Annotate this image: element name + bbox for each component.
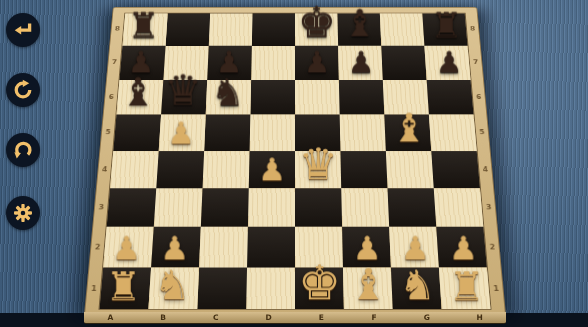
piece-white-knight-b1[interactable]: ♞ [148,265,197,306]
file-label-e: E [295,312,348,323]
piece-white-pawn-g2[interactable]: ♟ [391,232,439,264]
square-a6[interactable]: ♝ [116,80,163,115]
file-label-g: G [401,312,454,323]
rank-label-3: 3 [482,188,496,227]
square-f7[interactable]: ♟ [338,46,383,80]
square-d8[interactable] [252,13,295,46]
square-e3[interactable] [295,188,342,227]
square-a1[interactable]: ♜ [100,267,152,309]
square-d1[interactable] [246,267,295,309]
square-g5[interactable]: ♝ [384,115,431,151]
rank-label-7: 7 [469,46,482,80]
piece-white-bishop-g5[interactable]: ♝ [386,108,432,148]
square-e1[interactable]: ♚ [295,267,344,309]
piece-white-rook-a1[interactable]: ♜ [99,266,148,306]
piece-black-queen-b6[interactable]: ♛ [161,70,206,112]
piece-black-bishop-f8[interactable]: ♝ [338,5,381,43]
square-d3[interactable] [248,188,295,227]
rank-label-6: 6 [472,79,485,114]
square-a2[interactable]: ♟ [103,227,154,267]
square-f8[interactable]: ♝ [337,13,381,46]
piece-white-pawn-h2[interactable]: ♟ [439,232,487,264]
square-d2[interactable] [247,227,295,267]
piece-white-pawn-b2[interactable]: ♟ [151,232,199,264]
square-c8[interactable] [209,13,253,46]
file-label-h: H [453,312,506,323]
square-g8[interactable] [380,13,425,46]
piece-black-pawn-f7[interactable]: ♟ [339,47,383,77]
square-e6[interactable] [295,80,340,115]
square-h7[interactable]: ♟ [424,46,470,80]
square-b5[interactable]: ♟ [159,115,206,151]
square-b8[interactable] [166,13,211,46]
square-a5[interactable] [113,115,161,151]
square-f4[interactable] [340,151,387,188]
square-c5[interactable] [204,115,250,151]
rank-label-4: 4 [479,151,493,189]
piece-black-pawn-e7[interactable]: ♟ [295,47,339,77]
square-h8[interactable]: ♜ [422,13,467,46]
piece-white-queen-e4[interactable]: ♛ [295,142,341,186]
redo-circular-arrow-icon [12,79,34,101]
file-labels: ABCDEFGH [84,312,506,324]
square-h4[interactable] [431,151,480,188]
piece-white-king-e1[interactable]: ♚ [295,258,344,306]
piece-black-pawn-h7[interactable]: ♟ [427,47,471,77]
square-b4[interactable] [156,151,204,188]
back-button[interactable] [6,13,40,47]
screen: { "game": "chess", "app": {"description"… [0,0,588,327]
square-e7[interactable]: ♟ [295,46,339,80]
piece-black-knight-c6[interactable]: ♞ [205,74,250,111]
square-f1[interactable]: ♝ [343,267,393,309]
piece-white-knight-g1[interactable]: ♞ [393,265,442,306]
piece-white-pawn-a2[interactable]: ♟ [103,232,151,264]
square-h6[interactable] [427,80,474,115]
square-h2[interactable]: ♟ [436,227,487,267]
back-arrow-icon [12,19,34,41]
square-f3[interactable] [341,188,389,227]
file-label-f: F [348,312,401,323]
piece-black-rook-a8[interactable]: ♜ [122,8,165,43]
gear-icon [12,202,34,224]
square-d5[interactable] [250,115,295,151]
square-a8[interactable]: ♜ [122,13,167,46]
file-label-d: D [242,312,295,323]
settings-button[interactable] [6,196,40,230]
square-b6[interactable]: ♛ [161,80,207,115]
undo-button[interactable] [6,133,40,167]
square-h1[interactable]: ♜ [439,267,491,309]
board-grid: ♜♚♝♜♟♟♟♟♟♝♛♞♟♝♟♛♟♟♟♟♟♜♞♚♝♞♜ [98,13,491,310]
piece-white-rook-h1[interactable]: ♜ [442,266,491,306]
piece-black-king-e8[interactable]: ♚ [295,1,338,43]
square-c3[interactable] [201,188,249,227]
square-c4[interactable] [203,151,250,188]
square-d6[interactable] [250,80,295,115]
piece-black-bishop-a6[interactable]: ♝ [116,72,161,111]
square-c1[interactable] [197,267,247,309]
square-c2[interactable] [199,227,248,267]
square-g7[interactable] [381,46,426,80]
square-f6[interactable] [339,80,384,115]
square-a3[interactable] [107,188,157,227]
square-d7[interactable] [251,46,295,80]
square-b1[interactable]: ♞ [148,267,199,309]
square-d4[interactable]: ♟ [249,151,295,188]
file-label-b: B [137,312,190,323]
square-e4[interactable]: ♛ [295,151,341,188]
piece-white-pawn-d4[interactable]: ♟ [249,154,295,185]
file-label-a: A [84,312,137,323]
piece-white-pawn-b5[interactable]: ♟ [158,117,204,148]
square-g1[interactable]: ♞ [391,267,442,309]
piece-black-rook-h8[interactable]: ♜ [425,8,468,43]
square-b3[interactable] [154,188,203,227]
rank-label-8: 8 [466,13,479,46]
square-a4[interactable] [110,151,159,188]
piece-white-bishop-f1[interactable]: ♝ [344,263,393,306]
square-f5[interactable] [340,115,386,151]
square-e8[interactable]: ♚ [295,13,338,46]
square-h3[interactable] [434,188,484,227]
square-h5[interactable] [429,115,477,151]
rank-label-5: 5 [475,115,488,151]
undo-curved-arrow-icon [12,139,34,161]
redo-button[interactable] [6,73,40,107]
square-g3[interactable] [387,188,436,227]
chess-board: 87654321 87654321 ♜♚♝♜♟♟♟♟♟♝♛♞♟♝♟♛♟♟♟♟♟♜… [84,7,506,315]
square-c6[interactable]: ♞ [206,80,251,115]
file-label-c: C [190,312,243,323]
square-g4[interactable] [386,151,434,188]
